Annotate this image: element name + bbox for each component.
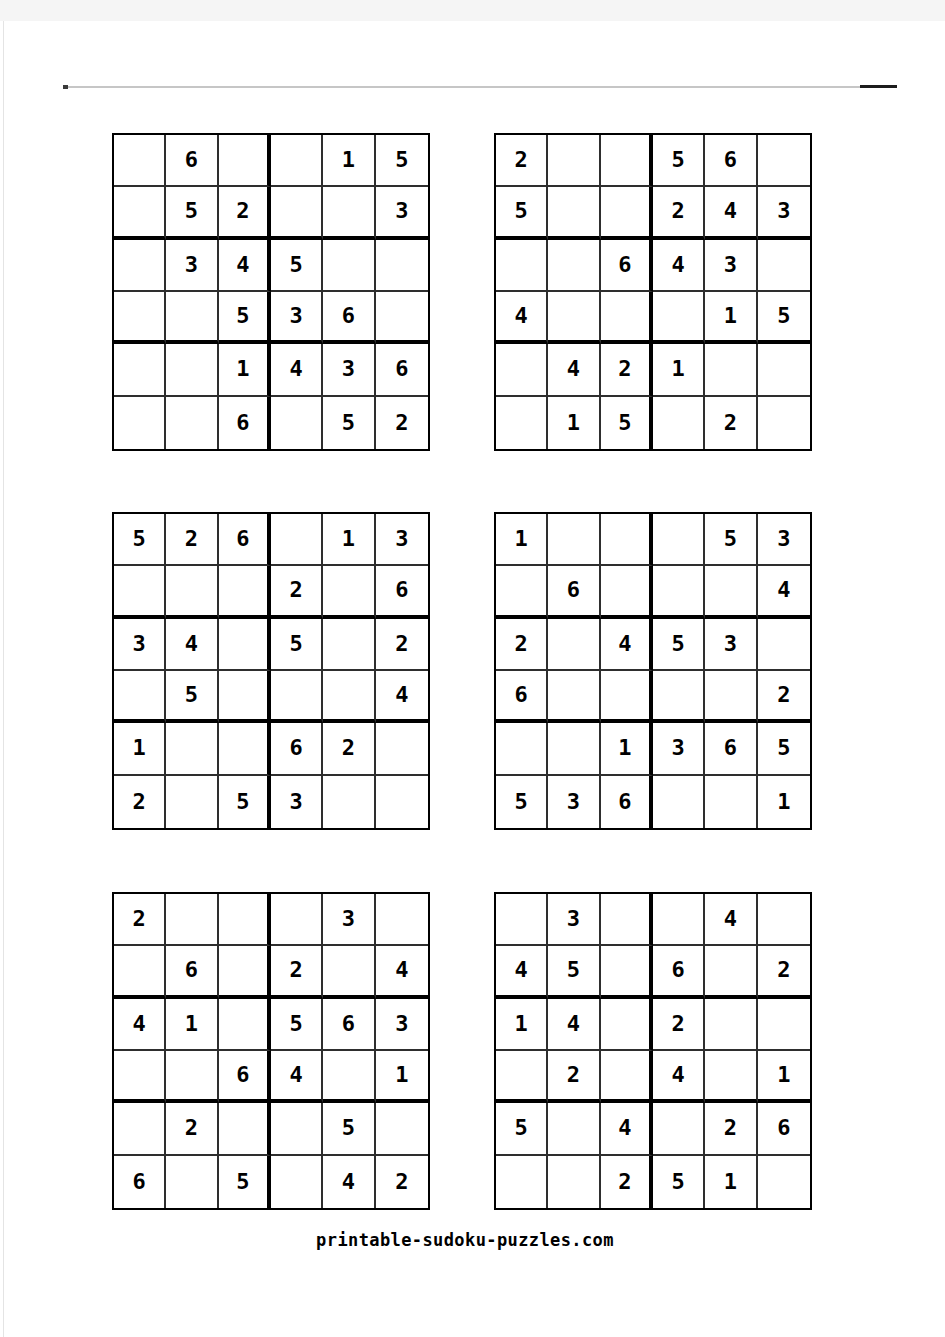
puzzle2-cell-r1c5: 6 — [705, 135, 757, 187]
puzzle5-cell-r5c2: 2 — [166, 1103, 218, 1155]
puzzle1-cell-r5c2 — [166, 344, 218, 396]
puzzle3-cell-r4c3 — [219, 671, 271, 723]
puzzle1-cell-r4c3: 5 — [219, 292, 271, 344]
puzzle3-cell-r3c6: 2 — [376, 619, 428, 671]
puzzle3-cell-r2c6: 6 — [376, 566, 428, 618]
puzzle5-cell-r2c4: 2 — [271, 946, 323, 998]
puzzle5-cell-r2c5 — [323, 946, 375, 998]
puzzle5-cell-r4c3: 6 — [219, 1051, 271, 1103]
puzzle6-cell-r4c4: 4 — [653, 1051, 705, 1103]
puzzle5-cell-r4c6: 1 — [376, 1051, 428, 1103]
puzzle6-cell-r6c4: 5 — [653, 1156, 705, 1208]
puzzle4-cell-r3c5: 3 — [705, 619, 757, 671]
printable-sudoku-page: 6155233455361436652 2565243643415421152 … — [0, 0, 945, 1337]
puzzle4-cell-r1c2 — [548, 514, 600, 566]
puzzle1-cell-r2c5 — [323, 187, 375, 239]
header-rule-left-tick — [63, 85, 68, 89]
puzzle6-cell-r6c6 — [758, 1156, 810, 1208]
puzzle3-cell-r4c1 — [114, 671, 166, 723]
puzzle3-cell-r5c2 — [166, 723, 218, 775]
puzzle2-cell-r5c4: 1 — [653, 344, 705, 396]
puzzle1-cell-r5c6: 6 — [376, 344, 428, 396]
puzzle1-cell-r1c2: 6 — [166, 135, 218, 187]
puzzle4-cell-r3c2 — [548, 619, 600, 671]
puzzle4-cell-r1c3 — [601, 514, 653, 566]
puzzle6-cell-r6c1 — [496, 1156, 548, 1208]
sudoku-grid-2: 2565243643415421152 — [494, 133, 812, 451]
puzzle2-cell-r4c4 — [653, 292, 705, 344]
puzzle1-cell-r6c5: 5 — [323, 397, 375, 449]
puzzle6-cell-r2c5 — [705, 946, 757, 998]
puzzle6-cell-r2c6: 2 — [758, 946, 810, 998]
puzzle5-cell-r2c6: 4 — [376, 946, 428, 998]
sudoku-grid-3: 5261326345254162253 — [112, 512, 430, 830]
puzzle3-cell-r2c3 — [219, 566, 271, 618]
puzzle4-cell-r6c3: 6 — [601, 776, 653, 828]
puzzle5-cell-r1c6 — [376, 894, 428, 946]
puzzle4-cell-r1c1: 1 — [496, 514, 548, 566]
puzzle6-cell-r1c4 — [653, 894, 705, 946]
puzzle2-cell-r4c2 — [548, 292, 600, 344]
puzzle4-cell-r4c3 — [601, 671, 653, 723]
puzzle3-cell-r6c5 — [323, 776, 375, 828]
puzzle1-cell-r5c5: 3 — [323, 344, 375, 396]
puzzle1-cell-r2c1 — [114, 187, 166, 239]
puzzle1-cell-r1c6: 5 — [376, 135, 428, 187]
puzzle5-cell-r4c5 — [323, 1051, 375, 1103]
puzzle2-cell-r1c4: 5 — [653, 135, 705, 187]
puzzle6-cell-r1c3 — [601, 894, 653, 946]
puzzle6-cell-r6c5: 1 — [705, 1156, 757, 1208]
puzzle6-cell-r3c6 — [758, 999, 810, 1051]
puzzle5-cell-r4c2 — [166, 1051, 218, 1103]
puzzle2-cell-r3c6 — [758, 240, 810, 292]
puzzle1-cell-r1c4 — [271, 135, 323, 187]
puzzle4-cell-r5c2 — [548, 723, 600, 775]
puzzle6-cell-r5c6: 6 — [758, 1103, 810, 1155]
puzzle3-cell-r2c2 — [166, 566, 218, 618]
puzzle2-cell-r2c5: 4 — [705, 187, 757, 239]
puzzle2-cell-r2c1: 5 — [496, 187, 548, 239]
puzzle2-cell-r5c1 — [496, 344, 548, 396]
puzzle1-cell-r5c1 — [114, 344, 166, 396]
puzzle3-cell-r5c1: 1 — [114, 723, 166, 775]
puzzle5-cell-r1c3 — [219, 894, 271, 946]
puzzle6-cell-r5c5: 2 — [705, 1103, 757, 1155]
puzzle5-cell-r1c2 — [166, 894, 218, 946]
puzzle4-cell-r3c1: 2 — [496, 619, 548, 671]
sudoku-grid-6: 3445621422415426251 — [494, 892, 812, 1210]
puzzle6-cell-r5c3: 4 — [601, 1103, 653, 1155]
puzzle6-cell-r4c2: 2 — [548, 1051, 600, 1103]
puzzle4-cell-r1c5: 5 — [705, 514, 757, 566]
puzzle1-cell-r6c6: 2 — [376, 397, 428, 449]
puzzle6-cell-r2c1: 4 — [496, 946, 548, 998]
puzzle4-cell-r4c2 — [548, 671, 600, 723]
puzzle2-cell-r2c6: 3 — [758, 187, 810, 239]
puzzle5-cell-r1c5: 3 — [323, 894, 375, 946]
puzzle6-cell-r3c1: 1 — [496, 999, 548, 1051]
puzzle3-cell-r5c4: 6 — [271, 723, 323, 775]
puzzle3-cell-r3c1: 3 — [114, 619, 166, 671]
puzzle1-cell-r3c5 — [323, 240, 375, 292]
puzzle6-cell-r5c4 — [653, 1103, 705, 1155]
puzzle2-cell-r6c6 — [758, 397, 810, 449]
puzzle2-cell-r3c5: 3 — [705, 240, 757, 292]
puzzle3-cell-r2c1 — [114, 566, 166, 618]
puzzle4-cell-r4c5 — [705, 671, 757, 723]
puzzle3-cell-r1c2: 2 — [166, 514, 218, 566]
puzzle5-cell-r1c1: 2 — [114, 894, 166, 946]
puzzle6-cell-r5c1: 5 — [496, 1103, 548, 1155]
puzzle1-cell-r2c4 — [271, 187, 323, 239]
puzzle4-cell-r5c4: 3 — [653, 723, 705, 775]
puzzle5-cell-r6c5: 4 — [323, 1156, 375, 1208]
puzzle5-cell-r6c6: 2 — [376, 1156, 428, 1208]
puzzle5-cell-r3c2: 1 — [166, 999, 218, 1051]
puzzle4-cell-r4c1: 6 — [496, 671, 548, 723]
puzzle2-cell-r4c1: 4 — [496, 292, 548, 344]
puzzle3-cell-r6c4: 3 — [271, 776, 323, 828]
puzzle3-cell-r1c4 — [271, 514, 323, 566]
puzzle4-cell-r6c6: 1 — [758, 776, 810, 828]
puzzle4-cell-r6c5 — [705, 776, 757, 828]
puzzle1-cell-r4c1 — [114, 292, 166, 344]
puzzle3-cell-r6c1: 2 — [114, 776, 166, 828]
puzzle6-cell-r2c3 — [601, 946, 653, 998]
scan-left-edge-line — [3, 21, 4, 1337]
puzzle5-cell-r5c4 — [271, 1103, 323, 1155]
puzzle6-cell-r4c1 — [496, 1051, 548, 1103]
puzzle3-cell-r4c4 — [271, 671, 323, 723]
puzzle5-cell-r6c3: 5 — [219, 1156, 271, 1208]
puzzle2-cell-r5c3: 2 — [601, 344, 653, 396]
puzzle1-cell-r1c5: 1 — [323, 135, 375, 187]
puzzle1-cell-r4c4: 3 — [271, 292, 323, 344]
puzzle6-cell-r1c5: 4 — [705, 894, 757, 946]
puzzle5-cell-r5c1 — [114, 1103, 166, 1155]
puzzle2-cell-r6c5: 2 — [705, 397, 757, 449]
puzzle1-cell-r3c1 — [114, 240, 166, 292]
puzzle4-cell-r6c4 — [653, 776, 705, 828]
puzzle3-cell-r6c6 — [376, 776, 428, 828]
puzzle4-cell-r2c2: 6 — [548, 566, 600, 618]
puzzle3-cell-r2c4: 2 — [271, 566, 323, 618]
puzzle3-cell-r3c2: 4 — [166, 619, 218, 671]
puzzle4-cell-r3c4: 5 — [653, 619, 705, 671]
puzzle4-cell-r5c5: 6 — [705, 723, 757, 775]
puzzle5-cell-r3c5: 6 — [323, 999, 375, 1051]
puzzle4-cell-r5c3: 1 — [601, 723, 653, 775]
puzzle2-cell-r5c5 — [705, 344, 757, 396]
puzzle4-cell-r2c4 — [653, 566, 705, 618]
puzzle5-cell-r2c1 — [114, 946, 166, 998]
puzzle2-cell-r5c6 — [758, 344, 810, 396]
puzzle1-cell-r3c6 — [376, 240, 428, 292]
puzzle5-cell-r3c6: 3 — [376, 999, 428, 1051]
puzzle3-cell-r5c5: 2 — [323, 723, 375, 775]
puzzle4-cell-r2c5 — [705, 566, 757, 618]
puzzle3-cell-r4c2: 5 — [166, 671, 218, 723]
puzzle6-cell-r6c2 — [548, 1156, 600, 1208]
puzzle4-cell-r4c4 — [653, 671, 705, 723]
puzzle4-cell-r5c1 — [496, 723, 548, 775]
puzzle6-cell-r6c3: 2 — [601, 1156, 653, 1208]
puzzle6-cell-r1c6 — [758, 894, 810, 946]
puzzle5-cell-r2c2: 6 — [166, 946, 218, 998]
puzzle5-cell-r5c3 — [219, 1103, 271, 1155]
puzzle2-cell-r3c3: 6 — [601, 240, 653, 292]
puzzle3-cell-r1c6: 3 — [376, 514, 428, 566]
sudoku-grid-4: 1536424536213655361 — [494, 512, 812, 830]
puzzle5-cell-r3c3 — [219, 999, 271, 1051]
puzzle5-cell-r2c3 — [219, 946, 271, 998]
puzzle2-cell-r3c1 — [496, 240, 548, 292]
puzzle4-cell-r3c3: 4 — [601, 619, 653, 671]
puzzle3-cell-r4c5 — [323, 671, 375, 723]
puzzle5-cell-r5c6 — [376, 1103, 428, 1155]
puzzle4-cell-r4c6: 2 — [758, 671, 810, 723]
puzzle4-cell-r5c6: 5 — [758, 723, 810, 775]
puzzle2-cell-r2c2 — [548, 187, 600, 239]
puzzle6-cell-r3c3 — [601, 999, 653, 1051]
sudoku-grid-1: 6155233455361436652 — [112, 133, 430, 451]
puzzle5-cell-r1c4 — [271, 894, 323, 946]
puzzle2-cell-r4c6: 5 — [758, 292, 810, 344]
puzzle1-cell-r4c2 — [166, 292, 218, 344]
puzzle5-cell-r6c1: 6 — [114, 1156, 166, 1208]
puzzle2-cell-r6c3: 5 — [601, 397, 653, 449]
puzzle3-cell-r6c3: 5 — [219, 776, 271, 828]
puzzle2-cell-r5c2: 4 — [548, 344, 600, 396]
sudoku-grid-5: 2362441563641256542 — [112, 892, 430, 1210]
puzzle3-cell-r5c3 — [219, 723, 271, 775]
puzzle5-cell-r6c2 — [166, 1156, 218, 1208]
puzzle2-cell-r2c3 — [601, 187, 653, 239]
puzzle5-cell-r3c1: 4 — [114, 999, 166, 1051]
puzzle3-cell-r1c3: 6 — [219, 514, 271, 566]
puzzle2-cell-r4c5: 1 — [705, 292, 757, 344]
puzzle1-cell-r6c3: 6 — [219, 397, 271, 449]
header-rule-right-segment — [860, 85, 897, 88]
puzzle3-cell-r1c1: 5 — [114, 514, 166, 566]
puzzle4-cell-r2c6: 4 — [758, 566, 810, 618]
puzzle1-cell-r4c6 — [376, 292, 428, 344]
puzzle2-cell-r6c1 — [496, 397, 548, 449]
puzzle4-cell-r6c2: 3 — [548, 776, 600, 828]
puzzle2-cell-r3c4: 4 — [653, 240, 705, 292]
puzzle1-cell-r2c6: 3 — [376, 187, 428, 239]
puzzle2-cell-r2c4: 2 — [653, 187, 705, 239]
puzzle1-cell-r1c3 — [219, 135, 271, 187]
puzzle6-cell-r2c2: 5 — [548, 946, 600, 998]
puzzle2-cell-r1c3 — [601, 135, 653, 187]
puzzle1-cell-r4c5: 6 — [323, 292, 375, 344]
puzzle6-cell-r5c2 — [548, 1103, 600, 1155]
puzzle6-cell-r4c5 — [705, 1051, 757, 1103]
footer-site-name: printable-sudoku-puzzles.com — [316, 1230, 614, 1250]
puzzle3-cell-r3c3 — [219, 619, 271, 671]
puzzle3-cell-r5c6 — [376, 723, 428, 775]
puzzle1-cell-r6c2 — [166, 397, 218, 449]
puzzle4-cell-r1c6: 3 — [758, 514, 810, 566]
puzzle2-cell-r1c1: 2 — [496, 135, 548, 187]
puzzle1-cell-r3c4: 5 — [271, 240, 323, 292]
puzzle5-cell-r4c4: 4 — [271, 1051, 323, 1103]
puzzle1-cell-r5c4: 4 — [271, 344, 323, 396]
puzzle4-cell-r3c6 — [758, 619, 810, 671]
puzzle6-cell-r3c5 — [705, 999, 757, 1051]
puzzle2-cell-r6c4 — [653, 397, 705, 449]
puzzle6-cell-r2c4: 6 — [653, 946, 705, 998]
puzzle6-cell-r1c1 — [496, 894, 548, 946]
puzzle4-cell-r2c3 — [601, 566, 653, 618]
header-rule — [63, 86, 860, 88]
puzzle1-cell-r1c1 — [114, 135, 166, 187]
puzzle6-cell-r4c6: 1 — [758, 1051, 810, 1103]
scan-top-band — [0, 0, 945, 21]
puzzle3-cell-r1c5: 1 — [323, 514, 375, 566]
puzzle3-cell-r3c5 — [323, 619, 375, 671]
puzzle2-cell-r6c2: 1 — [548, 397, 600, 449]
puzzle1-cell-r6c4 — [271, 397, 323, 449]
puzzle6-cell-r4c3 — [601, 1051, 653, 1103]
puzzle3-cell-r4c6: 4 — [376, 671, 428, 723]
puzzle1-cell-r2c2: 5 — [166, 187, 218, 239]
puzzle5-cell-r6c4 — [271, 1156, 323, 1208]
puzzle3-cell-r2c5 — [323, 566, 375, 618]
puzzle5-cell-r4c1 — [114, 1051, 166, 1103]
puzzle2-cell-r3c2 — [548, 240, 600, 292]
puzzle1-cell-r2c3: 2 — [219, 187, 271, 239]
puzzle1-cell-r3c2: 3 — [166, 240, 218, 292]
puzzle4-cell-r2c1 — [496, 566, 548, 618]
puzzle4-cell-r6c1: 5 — [496, 776, 548, 828]
puzzle2-cell-r1c6 — [758, 135, 810, 187]
puzzle4-cell-r1c4 — [653, 514, 705, 566]
puzzle3-cell-r3c4: 5 — [271, 619, 323, 671]
puzzle1-cell-r5c3: 1 — [219, 344, 271, 396]
puzzle6-cell-r3c4: 2 — [653, 999, 705, 1051]
puzzle6-cell-r1c2: 3 — [548, 894, 600, 946]
puzzle5-cell-r3c4: 5 — [271, 999, 323, 1051]
puzzle6-cell-r3c2: 4 — [548, 999, 600, 1051]
puzzle1-cell-r3c3: 4 — [219, 240, 271, 292]
puzzle3-cell-r6c2 — [166, 776, 218, 828]
puzzle2-cell-r1c2 — [548, 135, 600, 187]
puzzle5-cell-r5c5: 5 — [323, 1103, 375, 1155]
puzzle2-cell-r4c3 — [601, 292, 653, 344]
puzzle1-cell-r6c1 — [114, 397, 166, 449]
